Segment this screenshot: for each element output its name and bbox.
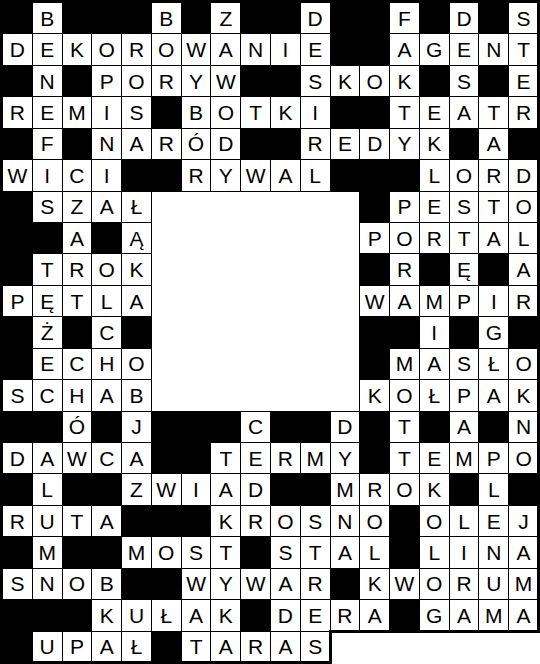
- cell-r1c11[interactable]: D: [300, 2, 331, 34]
- cell-r12c14[interactable]: M: [389, 348, 420, 380]
- cell-r15c5[interactable]: A: [121, 442, 152, 474]
- cell-r4c2[interactable]: E: [32, 96, 63, 128]
- cell-r3c6[interactable]: R: [151, 65, 182, 97]
- cell-r18c10[interactable]: S: [270, 536, 301, 568]
- cell-r3c4[interactable]: P: [91, 65, 122, 97]
- block-r18c14: [389, 536, 420, 568]
- block-r16c4: [91, 473, 122, 505]
- block-r15c7: [181, 442, 212, 474]
- cell-r2c11[interactable]: E: [300, 33, 331, 65]
- cell-r18c11[interactable]: T: [300, 536, 331, 568]
- cell-r10c5[interactable]: A: [121, 285, 152, 317]
- block-r11c3: [62, 316, 93, 348]
- cell-r15c10[interactable]: R: [270, 442, 301, 474]
- block-r9c1: [2, 253, 33, 285]
- cell-r5c7[interactable]: Ó: [181, 128, 212, 160]
- cell-r2c17[interactable]: N: [478, 33, 509, 65]
- cell-r7c16[interactable]: S: [449, 191, 480, 223]
- cell-r14c18[interactable]: N: [508, 411, 539, 443]
- cell-r3c18[interactable]: E: [508, 65, 539, 97]
- frame-top: [0, 0, 540, 3]
- cell-r12c17[interactable]: Ł: [478, 348, 509, 380]
- cell-r16c17[interactable]: L: [478, 473, 509, 505]
- cell-r7c14[interactable]: P: [389, 191, 420, 223]
- block-r20c14: [389, 599, 420, 631]
- cell-r21c8[interactable]: A: [210, 631, 241, 663]
- cell-r16c7[interactable]: I: [181, 473, 212, 505]
- block-r1c17: [478, 2, 509, 34]
- cell-r2c4[interactable]: O: [91, 33, 122, 65]
- cell-r9c3[interactable]: R: [62, 253, 93, 285]
- block-r18c4: [91, 536, 122, 568]
- cell-r6c8[interactable]: Y: [210, 159, 241, 191]
- cell-r19c14[interactable]: W: [389, 568, 420, 600]
- cell-r7c17[interactable]: T: [478, 191, 509, 223]
- cell-r8c14[interactable]: O: [389, 222, 420, 254]
- cell-r6c1[interactable]: W: [2, 159, 33, 191]
- block-r11c14: [389, 316, 420, 348]
- cell-r20c4[interactable]: K: [91, 599, 122, 631]
- block-r14c2: [32, 411, 63, 443]
- cell-r5c11[interactable]: R: [300, 128, 331, 160]
- cell-r1c14[interactable]: F: [389, 2, 420, 34]
- block-r12c13: [359, 348, 390, 380]
- cell-r21c10[interactable]: A: [270, 631, 301, 663]
- cell-r13c5[interactable]: B: [121, 379, 152, 411]
- cell-r20c8[interactable]: K: [210, 599, 241, 631]
- cell-r9c5[interactable]: K: [121, 253, 152, 285]
- cell-r16c5[interactable]: Z: [121, 473, 152, 505]
- block-r3c3: [62, 65, 93, 97]
- cell-r6c16[interactable]: O: [449, 159, 480, 191]
- cell-r18c7[interactable]: S: [181, 536, 212, 568]
- cell-r3c5[interactable]: O: [121, 65, 152, 97]
- cell-r20c7[interactable]: A: [181, 599, 212, 631]
- cell-r20c15[interactable]: G: [419, 599, 450, 631]
- cell-r15c15[interactable]: E: [419, 442, 450, 474]
- block-r6c6: [151, 159, 182, 191]
- cell-r4c1[interactable]: R: [2, 96, 33, 128]
- cell-r11c2[interactable]: Ż: [32, 316, 63, 348]
- cell-r8c16[interactable]: T: [449, 222, 480, 254]
- cell-r7c18[interactable]: O: [508, 191, 539, 223]
- cell-r15c2[interactable]: A: [32, 442, 63, 474]
- cell-r13c13[interactable]: K: [359, 379, 390, 411]
- cell-r15c17[interactable]: P: [478, 442, 509, 474]
- cell-r12c16[interactable]: S: [449, 348, 480, 380]
- cell-r3c11[interactable]: S: [300, 65, 331, 97]
- cell-r20c10[interactable]: D: [270, 599, 301, 631]
- cell-r17c2[interactable]: U: [32, 505, 63, 537]
- cell-r5c15[interactable]: K: [419, 128, 450, 160]
- block-r7c13: [359, 191, 390, 223]
- cell-r17c17[interactable]: E: [478, 505, 509, 537]
- crossword-page: BBZDFDSDEKOROWANIEAGENTNPORYWSKOKSEREMIS…: [0, 0, 540, 664]
- cell-r9c16[interactable]: Ę: [449, 253, 480, 285]
- cell-r17c15[interactable]: O: [419, 505, 450, 537]
- block-r7c1: [2, 191, 33, 223]
- cell-r13c17[interactable]: A: [478, 379, 509, 411]
- block-r3c17: [478, 65, 509, 97]
- cell-r4c14[interactable]: T: [389, 96, 420, 128]
- cell-r17c8[interactable]: K: [210, 505, 241, 537]
- cell-r17c16[interactable]: L: [449, 505, 480, 537]
- cell-r2c6[interactable]: O: [151, 33, 182, 65]
- cell-r4c17[interactable]: T: [478, 96, 509, 128]
- block-r8c4: [91, 222, 122, 254]
- cell-r5c12[interactable]: E: [330, 128, 361, 160]
- cell-r17c11[interactable]: S: [300, 505, 331, 537]
- cell-r19c18[interactable]: M: [508, 568, 539, 600]
- cell-r18c2[interactable]: M: [32, 536, 63, 568]
- cell-r3c2[interactable]: N: [32, 65, 63, 97]
- cell-r17c18[interactable]: J: [508, 505, 539, 537]
- cell-r17c4[interactable]: A: [91, 505, 122, 537]
- cell-r10c15[interactable]: M: [419, 285, 450, 317]
- cell-r14c3[interactable]: Ó: [62, 411, 93, 443]
- cell-r1c8[interactable]: Z: [210, 2, 241, 34]
- cell-r20c12[interactable]: R: [330, 599, 361, 631]
- cell-r13c4[interactable]: A: [91, 379, 122, 411]
- cell-r18c18[interactable]: A: [508, 536, 539, 568]
- cell-r4c15[interactable]: E: [419, 96, 450, 128]
- cell-r19c4[interactable]: B: [91, 568, 122, 600]
- cell-r13c3[interactable]: H: [62, 379, 93, 411]
- cell-r4c5[interactable]: S: [121, 96, 152, 128]
- cell-r6c17[interactable]: R: [478, 159, 509, 191]
- cell-r2c7[interactable]: W: [181, 33, 212, 65]
- cell-r13c14[interactable]: O: [389, 379, 420, 411]
- cell-r7c5[interactable]: Ł: [121, 191, 152, 223]
- cell-r21c3[interactable]: P: [62, 631, 93, 663]
- cell-r15c16[interactable]: M: [449, 442, 480, 474]
- block-r16c16: [449, 473, 480, 505]
- cell-r8c18[interactable]: L: [508, 222, 539, 254]
- cell-r21c4[interactable]: A: [91, 631, 122, 663]
- block-r8c2: [32, 222, 63, 254]
- cell-r16c8[interactable]: A: [210, 473, 241, 505]
- cell-r10c4[interactable]: L: [91, 285, 122, 317]
- cell-r12c4[interactable]: H: [91, 348, 122, 380]
- cell-r19c2[interactable]: N: [32, 568, 63, 600]
- block-r6c13: [359, 159, 390, 191]
- block-r21c6: [151, 631, 182, 663]
- cell-r3c7[interactable]: Y: [181, 65, 212, 97]
- block-r1c1: [2, 2, 33, 34]
- cell-r19c13[interactable]: K: [359, 568, 390, 600]
- cell-r19c7[interactable]: W: [181, 568, 212, 600]
- block-r6c12: [330, 159, 361, 191]
- block-r4c6: [151, 96, 182, 128]
- cell-r19c1[interactable]: S: [2, 568, 33, 600]
- cell-r19c11[interactable]: R: [300, 568, 331, 600]
- cell-r18c6[interactable]: O: [151, 536, 182, 568]
- cell-r19c17[interactable]: U: [478, 568, 509, 600]
- cell-r10c17[interactable]: I: [478, 285, 509, 317]
- block-r1c10: [270, 2, 301, 34]
- cell-r20c6[interactable]: Ł: [151, 599, 182, 631]
- block-r14c15: [419, 411, 450, 443]
- cell-r4c16[interactable]: A: [449, 96, 480, 128]
- cell-r4c3[interactable]: M: [62, 96, 93, 128]
- cell-r16c14[interactable]: O: [389, 473, 420, 505]
- cell-r8c17[interactable]: A: [478, 222, 509, 254]
- block-r16c11: [300, 473, 331, 505]
- cell-r8c13[interactable]: P: [359, 222, 390, 254]
- cell-r2c8[interactable]: A: [210, 33, 241, 65]
- cell-r21c2[interactable]: U: [32, 631, 63, 663]
- cell-r3c16[interactable]: S: [449, 65, 480, 97]
- cell-r1c18[interactable]: S: [508, 2, 539, 34]
- cell-r21c5[interactable]: Ł: [121, 631, 152, 663]
- cell-r14c12[interactable]: D: [330, 411, 361, 443]
- block-r11c16: [449, 316, 480, 348]
- cell-r7c2[interactable]: S: [32, 191, 63, 223]
- cell-r18c13[interactable]: L: [359, 536, 390, 568]
- cell-r12c3[interactable]: C: [62, 348, 93, 380]
- cell-r9c2[interactable]: T: [32, 253, 63, 285]
- cell-r14c9[interactable]: C: [240, 411, 271, 443]
- block-r4c12: [330, 96, 361, 128]
- cell-r4c4[interactable]: I: [91, 96, 122, 128]
- cell-r6c18[interactable]: D: [508, 159, 539, 191]
- block-r17c7: [181, 505, 212, 537]
- cell-r16c12[interactable]: M: [330, 473, 361, 505]
- block-r16c10: [270, 473, 301, 505]
- block-r18c9: [240, 536, 271, 568]
- cell-r15c14[interactable]: T: [389, 442, 420, 474]
- cell-r5c13[interactable]: D: [359, 128, 390, 160]
- cell-r2c2[interactable]: E: [32, 33, 63, 65]
- cell-r6c15[interactable]: L: [419, 159, 450, 191]
- cell-r13c18[interactable]: K: [508, 379, 539, 411]
- cell-r10c16[interactable]: P: [449, 285, 480, 317]
- block-r17c5: [121, 505, 152, 537]
- block-r2c13: [359, 33, 390, 65]
- cell-r14c14[interactable]: T: [389, 411, 420, 443]
- cell-r21c7[interactable]: T: [181, 631, 212, 663]
- cell-r5c2[interactable]: F: [32, 128, 63, 160]
- cell-r4c10[interactable]: K: [270, 96, 301, 128]
- cell-r20c16[interactable]: A: [449, 599, 480, 631]
- block-r19c6: [151, 568, 182, 600]
- block-r14c1: [2, 411, 33, 443]
- cell-r16c9[interactable]: D: [240, 473, 271, 505]
- cell-r19c3[interactable]: O: [62, 568, 93, 600]
- cell-r10c1[interactable]: P: [2, 285, 33, 317]
- cell-r14c16[interactable]: A: [449, 411, 480, 443]
- cell-r10c13[interactable]: W: [359, 285, 390, 317]
- cell-r7c3[interactable]: Z: [62, 191, 93, 223]
- block-r1c9: [240, 2, 271, 34]
- cell-r19c15[interactable]: O: [419, 568, 450, 600]
- cell-r15c9[interactable]: E: [240, 442, 271, 474]
- cell-r21c11[interactable]: S: [300, 631, 331, 663]
- cell-r13c1[interactable]: S: [2, 379, 33, 411]
- cell-r12c15[interactable]: A: [419, 348, 450, 380]
- cell-r18c12[interactable]: A: [330, 536, 361, 568]
- cell-r19c9[interactable]: W: [240, 568, 271, 600]
- cell-r6c2[interactable]: I: [32, 159, 63, 191]
- cell-r5c8[interactable]: D: [210, 128, 241, 160]
- cell-r19c10[interactable]: A: [270, 568, 301, 600]
- cell-r18c15[interactable]: L: [419, 536, 450, 568]
- block-r3c9: [240, 65, 271, 97]
- cell-r2c5[interactable]: R: [121, 33, 152, 65]
- cell-r5c17[interactable]: A: [478, 128, 509, 160]
- cell-r11c17[interactable]: G: [478, 316, 509, 348]
- block-r15c13: [359, 442, 390, 474]
- block-r14c6: [151, 411, 182, 443]
- cell-r20c18[interactable]: A: [508, 599, 539, 631]
- cell-r19c16[interactable]: R: [449, 568, 480, 600]
- cell-r17c9[interactable]: R: [240, 505, 271, 537]
- cell-r15c4[interactable]: C: [91, 442, 122, 474]
- cell-r4c7[interactable]: B: [181, 96, 212, 128]
- cell-r19c8[interactable]: Y: [210, 568, 241, 600]
- cell-r4c11[interactable]: I: [300, 96, 331, 128]
- block-r20c9: [240, 599, 271, 631]
- block-r3c10: [270, 65, 301, 97]
- cell-r18c8[interactable]: T: [210, 536, 241, 568]
- block-r18c1: [2, 536, 33, 568]
- cell-r3c13[interactable]: O: [359, 65, 390, 97]
- cell-r3c12[interactable]: K: [330, 65, 361, 97]
- cell-r15c3[interactable]: W: [62, 442, 93, 474]
- cell-r6c7[interactable]: R: [181, 159, 212, 191]
- block-r14c7: [181, 411, 212, 443]
- cell-r13c16[interactable]: P: [449, 379, 480, 411]
- cell-r6c10[interactable]: A: [270, 159, 301, 191]
- cell-r9c18[interactable]: A: [508, 253, 539, 285]
- cell-r5c6[interactable]: R: [151, 128, 182, 160]
- cell-r2c15[interactable]: G: [419, 33, 450, 65]
- cell-r17c3[interactable]: T: [62, 505, 93, 537]
- block-r1c13: [359, 2, 390, 34]
- cell-r2c16[interactable]: E: [449, 33, 480, 65]
- cell-r2c10[interactable]: I: [270, 33, 301, 65]
- cell-r2c14[interactable]: A: [389, 33, 420, 65]
- cell-r2c9[interactable]: N: [240, 33, 271, 65]
- cell-r4c9[interactable]: T: [240, 96, 271, 128]
- cell-r20c5[interactable]: U: [121, 599, 152, 631]
- cell-r20c17[interactable]: M: [478, 599, 509, 631]
- cell-r11c4[interactable]: C: [91, 316, 122, 348]
- cell-r18c5[interactable]: M: [121, 536, 152, 568]
- cell-r6c9[interactable]: W: [240, 159, 271, 191]
- block-r16c1: [2, 473, 33, 505]
- cell-r17c13[interactable]: O: [359, 505, 390, 537]
- cell-r8c5[interactable]: Ą: [121, 222, 152, 254]
- block-r20c2: [32, 599, 63, 631]
- cell-r1c2[interactable]: B: [32, 2, 63, 34]
- cell-r14c5[interactable]: J: [121, 411, 152, 443]
- cell-r1c16[interactable]: D: [449, 2, 480, 34]
- block-r3c15: [419, 65, 450, 97]
- cell-r18c16[interactable]: I: [449, 536, 480, 568]
- cell-r17c10[interactable]: O: [270, 505, 301, 537]
- cell-r10c18[interactable]: R: [508, 285, 539, 317]
- cell-r17c12[interactable]: N: [330, 505, 361, 537]
- block-r17c6: [151, 505, 182, 537]
- block-r14c4: [91, 411, 122, 443]
- block-r5c16: [449, 128, 480, 160]
- block-r4c13: [359, 96, 390, 128]
- cell-r6c11[interactable]: L: [300, 159, 331, 191]
- block-r15c6: [151, 442, 182, 474]
- cell-r7c15[interactable]: E: [419, 191, 450, 223]
- cell-r9c14[interactable]: R: [389, 253, 420, 285]
- cell-r15c11[interactable]: M: [300, 442, 331, 474]
- cell-r5c14[interactable]: Y: [389, 128, 420, 160]
- cell-r16c13[interactable]: R: [359, 473, 390, 505]
- cell-r10c3[interactable]: T: [62, 285, 93, 317]
- cell-r11c15[interactable]: I: [419, 316, 450, 348]
- block-r14c11: [300, 411, 331, 443]
- cell-r3c14[interactable]: K: [389, 65, 420, 97]
- frame-step-right: [329, 630, 332, 664]
- cell-r1c6[interactable]: B: [151, 2, 182, 34]
- block-r5c10: [270, 128, 301, 160]
- cell-r4c18[interactable]: R: [508, 96, 539, 128]
- cell-r12c2[interactable]: E: [32, 348, 63, 380]
- cell-r15c8[interactable]: T: [210, 442, 241, 474]
- block-r14c10: [270, 411, 301, 443]
- cell-r12c5[interactable]: O: [121, 348, 152, 380]
- block-r9c15: [419, 253, 450, 285]
- cell-r16c6[interactable]: W: [151, 473, 182, 505]
- cell-r6c4[interactable]: I: [91, 159, 122, 191]
- block-r19c5: [121, 568, 152, 600]
- block-r6c14: [389, 159, 420, 191]
- cell-r5c4[interactable]: N: [91, 128, 122, 160]
- cell-r9c4[interactable]: O: [91, 253, 122, 285]
- cell-r20c13[interactable]: A: [359, 599, 390, 631]
- block-r20c3: [62, 599, 93, 631]
- cell-r2c3[interactable]: K: [62, 33, 93, 65]
- cell-r18c17[interactable]: N: [478, 536, 509, 568]
- frame-left: [0, 0, 3, 664]
- block-r1c3: [62, 2, 93, 34]
- cell-r8c3[interactable]: A: [62, 222, 93, 254]
- block-r17c14: [389, 505, 420, 537]
- cell-r2c18[interactable]: T: [508, 33, 539, 65]
- cell-r20c11[interactable]: E: [300, 599, 331, 631]
- cell-r13c2[interactable]: C: [32, 379, 63, 411]
- cell-r10c14[interactable]: A: [389, 285, 420, 317]
- cell-r4c8[interactable]: O: [210, 96, 241, 128]
- cell-r7c4[interactable]: A: [91, 191, 122, 223]
- cell-r10c2[interactable]: Ę: [32, 285, 63, 317]
- cell-r17c1[interactable]: R: [2, 505, 33, 537]
- block-r1c7: [181, 2, 212, 34]
- cell-r21c9[interactable]: R: [240, 631, 271, 663]
- cell-r13c15[interactable]: Ł: [419, 379, 450, 411]
- frame-step-bottom: [329, 630, 540, 633]
- cell-r15c12[interactable]: Y: [330, 442, 361, 474]
- cell-r15c1[interactable]: D: [2, 442, 33, 474]
- cell-r16c15[interactable]: K: [419, 473, 450, 505]
- cell-r15c18[interactable]: O: [508, 442, 539, 474]
- cell-r2c1[interactable]: D: [2, 33, 33, 65]
- block-r1c15: [419, 2, 450, 34]
- cell-r5c5[interactable]: A: [121, 128, 152, 160]
- cell-r6c3[interactable]: C: [62, 159, 93, 191]
- cell-r3c8[interactable]: W: [210, 65, 241, 97]
- cell-r16c2[interactable]: L: [32, 473, 63, 505]
- cell-r8c15[interactable]: R: [419, 222, 450, 254]
- cell-r12c18[interactable]: O: [508, 348, 539, 380]
